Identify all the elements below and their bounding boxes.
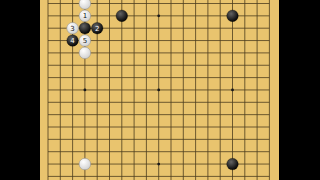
move-number: 2	[95, 25, 99, 33]
white-stone	[79, 158, 91, 170]
star-point	[84, 89, 87, 92]
stone-circle	[79, 47, 91, 59]
move-number: 3	[70, 25, 74, 33]
stone-circle	[227, 10, 239, 22]
stone-circle	[79, 158, 91, 170]
move-number: 1	[83, 12, 87, 20]
white-stone	[79, 47, 91, 59]
star-point	[157, 163, 160, 166]
star-point	[231, 89, 234, 92]
black-stone	[227, 10, 239, 22]
move-number: 4	[70, 37, 75, 45]
black-stone-move-2: 2	[91, 22, 103, 34]
go-board: 12345	[40, 0, 279, 180]
move-number: 5	[83, 37, 87, 45]
black-stone	[227, 158, 239, 170]
white-stone-move-3: 3	[67, 22, 79, 34]
star-point	[157, 89, 160, 92]
black-stone	[79, 22, 91, 34]
diagram-frame: 12345	[0, 0, 320, 180]
stone-circle	[227, 158, 239, 170]
white-stone-move-1: 1	[79, 10, 91, 22]
go-board-svg: 12345	[40, 0, 279, 180]
stone-circle	[79, 22, 91, 34]
star-point	[157, 14, 160, 17]
white-stone	[79, 0, 91, 9]
stone-circle	[79, 0, 91, 9]
stone-circle	[116, 10, 128, 22]
black-stone	[116, 10, 128, 22]
white-stone-move-5: 5	[79, 35, 91, 47]
black-stone-move-4: 4	[67, 35, 79, 47]
